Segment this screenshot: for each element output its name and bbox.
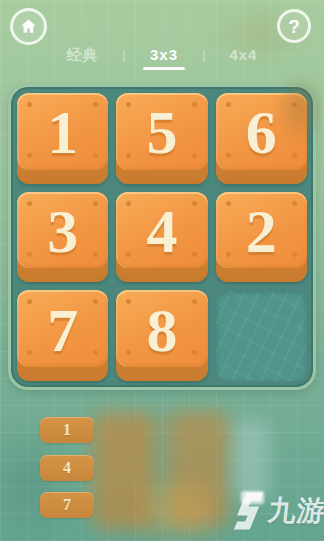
jiuyou-logo-icon <box>232 492 266 530</box>
help-button[interactable]: ? <box>277 9 311 43</box>
blurred-preview-block <box>233 420 269 500</box>
tile-number: 3 <box>47 198 78 262</box>
puzzle-board: 1 5 6 3 4 <box>8 84 316 390</box>
tile-number: 8 <box>146 297 177 361</box>
rivet-dots-icon <box>226 201 231 206</box>
tile-5[interactable]: 5 <box>116 93 207 184</box>
tile-face: 5 <box>116 93 207 170</box>
watermark: 九游 <box>232 492 324 530</box>
tile-6[interactable]: 6 <box>216 93 307 184</box>
tile-number: 5 <box>146 99 177 163</box>
tile-7[interactable]: 7 <box>17 290 108 381</box>
empty-cell <box>216 290 307 381</box>
tile-face: 6 <box>216 93 307 170</box>
preview-chip-1[interactable]: 1 <box>40 417 94 443</box>
tile-face: 3 <box>17 192 108 269</box>
tab-separator: | <box>123 46 126 62</box>
tile-2[interactable]: 2 <box>216 192 307 283</box>
question-mark-icon: ? <box>288 17 300 36</box>
tile-8[interactable]: 8 <box>116 290 207 381</box>
tile-number: 1 <box>47 99 78 163</box>
tile-face: 2 <box>216 192 307 269</box>
chip-number: 4 <box>63 460 71 476</box>
app-screen: ? 经典 | 3x3 | 4x4 1 5 6 <box>0 0 324 541</box>
rivet-dots-icon <box>27 299 32 304</box>
chip-number: 7 <box>63 497 71 513</box>
tile-number: 6 <box>246 99 277 163</box>
rivet-dots-icon <box>126 102 131 107</box>
tile-face: 7 <box>17 290 108 367</box>
home-icon <box>19 17 38 36</box>
blurred-preview-block <box>92 412 156 530</box>
blurred-preview-block <box>241 491 264 504</box>
tile-1[interactable]: 1 <box>17 93 108 184</box>
tile-3[interactable]: 3 <box>17 192 108 283</box>
tab-classic[interactable]: 经典 <box>67 46 99 65</box>
blurred-preview-block <box>167 411 229 527</box>
rivet-dots-icon <box>27 102 32 107</box>
preview-chip-4[interactable]: 4 <box>40 455 94 481</box>
tab-separator: | <box>202 46 205 62</box>
home-button[interactable] <box>10 8 47 45</box>
tile-face: 8 <box>116 290 207 367</box>
tile-face: 1 <box>17 93 108 170</box>
watermark-text: 九游 <box>267 497 324 525</box>
tile-number: 7 <box>47 297 78 361</box>
tab-3x3[interactable]: 3x3 <box>150 46 178 70</box>
mode-tabs: 经典 | 3x3 | 4x4 <box>0 46 324 70</box>
tab-4x4[interactable]: 4x4 <box>229 46 257 63</box>
preview-chip-7[interactable]: 7 <box>40 492 94 518</box>
tile-number: 4 <box>146 198 177 262</box>
tile-number: 2 <box>246 198 277 262</box>
rivet-dots-icon <box>126 201 131 206</box>
tile-4[interactable]: 4 <box>116 192 207 283</box>
rivet-dots-icon <box>126 299 131 304</box>
chip-number: 1 <box>63 422 71 438</box>
tile-face: 4 <box>116 192 207 269</box>
blurred-preview-block <box>148 486 210 534</box>
rivet-dots-icon <box>226 102 231 107</box>
rivet-dots-icon <box>27 201 32 206</box>
